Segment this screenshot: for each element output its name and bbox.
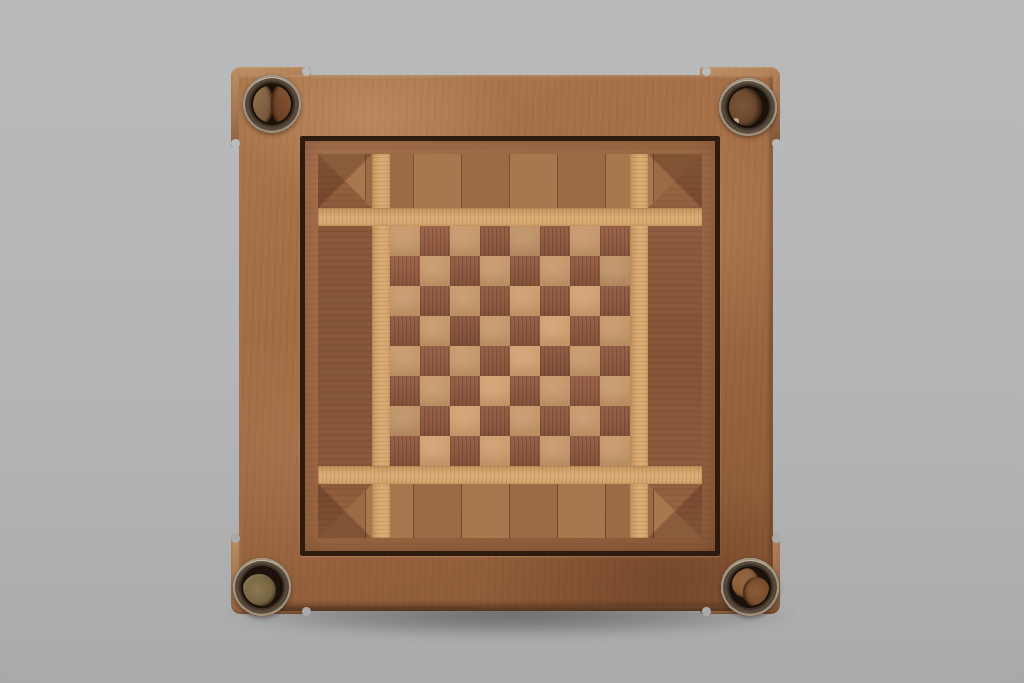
checkerboard (390, 226, 630, 466)
square-g2[interactable] (570, 406, 600, 436)
square-a2[interactable] (390, 406, 420, 436)
corner-notch (231, 139, 240, 148)
cup-holder-top-left[interactable] (243, 75, 301, 133)
photo-backdrop (0, 0, 1024, 683)
square-b7[interactable] (420, 256, 450, 286)
square-b6[interactable] (420, 286, 450, 316)
square-g5[interactable] (570, 316, 600, 346)
square-a7[interactable] (390, 256, 420, 286)
square-a4[interactable] (390, 346, 420, 376)
square-g8[interactable] (570, 226, 600, 256)
square-e8[interactable] (510, 226, 540, 256)
square-c6[interactable] (450, 286, 480, 316)
square-e5[interactable] (510, 316, 540, 346)
square-e3[interactable] (510, 376, 540, 406)
square-h4[interactable] (600, 346, 630, 376)
board-inlay (305, 141, 715, 551)
square-c1[interactable] (450, 436, 480, 466)
cup-well (243, 568, 281, 606)
square-g3[interactable] (570, 376, 600, 406)
square-d5[interactable] (480, 316, 510, 346)
highlight-dot (733, 118, 739, 124)
square-f3[interactable] (540, 376, 570, 406)
square-g7[interactable] (570, 256, 600, 286)
wooden-piece[interactable] (271, 85, 291, 123)
cup-well (731, 568, 769, 606)
cup-well (729, 88, 767, 126)
square-c3[interactable] (450, 376, 480, 406)
wooden-piece[interactable] (243, 570, 280, 606)
square-c4[interactable] (450, 346, 480, 376)
square-c2[interactable] (450, 406, 480, 436)
corner-notch (302, 607, 311, 616)
corner-notch (231, 534, 240, 543)
maple-strip-horizontal-bottom (318, 466, 702, 484)
wooden-piece[interactable] (743, 577, 769, 606)
square-e4[interactable] (510, 346, 540, 376)
square-f1[interactable] (540, 436, 570, 466)
square-e7[interactable] (510, 256, 540, 286)
cup-holder-bottom-left[interactable] (233, 558, 291, 616)
square-d6[interactable] (480, 286, 510, 316)
square-e1[interactable] (510, 436, 540, 466)
square-a6[interactable] (390, 286, 420, 316)
square-d4[interactable] (480, 346, 510, 376)
square-d8[interactable] (480, 226, 510, 256)
cup-holder-top-right[interactable] (719, 78, 777, 136)
square-c5[interactable] (450, 316, 480, 346)
square-b4[interactable] (420, 346, 450, 376)
square-f8[interactable] (540, 226, 570, 256)
square-h8[interactable] (600, 226, 630, 256)
square-h6[interactable] (600, 286, 630, 316)
square-f4[interactable] (540, 346, 570, 376)
square-h3[interactable] (600, 376, 630, 406)
maple-strip-horizontal-top (318, 208, 702, 226)
square-g6[interactable] (570, 286, 600, 316)
square-d1[interactable] (480, 436, 510, 466)
square-a8[interactable] (390, 226, 420, 256)
cup-holder-bottom-right[interactable] (721, 558, 779, 616)
board-recess (300, 136, 720, 556)
square-h7[interactable] (600, 256, 630, 286)
square-h1[interactable] (600, 436, 630, 466)
square-f5[interactable] (540, 316, 570, 346)
square-b8[interactable] (420, 226, 450, 256)
square-b2[interactable] (420, 406, 450, 436)
square-h5[interactable] (600, 316, 630, 346)
square-g1[interactable] (570, 436, 600, 466)
square-a1[interactable] (390, 436, 420, 466)
square-a5[interactable] (390, 316, 420, 346)
square-c7[interactable] (450, 256, 480, 286)
square-c8[interactable] (450, 226, 480, 256)
corner-notch (702, 607, 711, 616)
square-e6[interactable] (510, 286, 540, 316)
corner-notch (702, 67, 711, 76)
square-b1[interactable] (420, 436, 450, 466)
square-g4[interactable] (570, 346, 600, 376)
square-h2[interactable] (600, 406, 630, 436)
corner-notch (772, 139, 781, 148)
square-f2[interactable] (540, 406, 570, 436)
corner-notch (302, 67, 311, 76)
square-b3[interactable] (420, 376, 450, 406)
wooden-piece[interactable] (253, 85, 273, 123)
square-f6[interactable] (540, 286, 570, 316)
square-d7[interactable] (480, 256, 510, 286)
corner-notch (772, 534, 781, 543)
cup-well (253, 85, 291, 123)
square-b5[interactable] (420, 316, 450, 346)
square-d2[interactable] (480, 406, 510, 436)
square-f7[interactable] (540, 256, 570, 286)
square-d3[interactable] (480, 376, 510, 406)
square-e2[interactable] (510, 406, 540, 436)
square-a3[interactable] (390, 376, 420, 406)
